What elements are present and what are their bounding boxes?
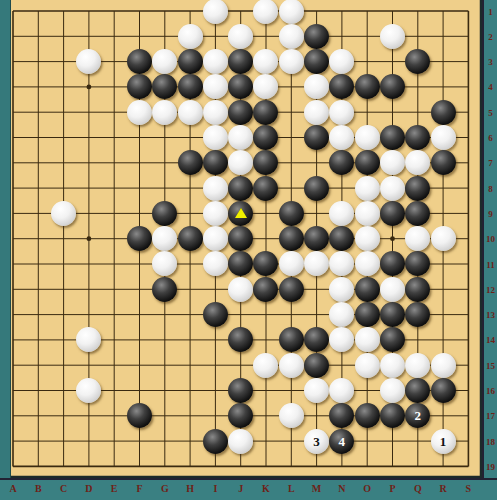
intersection[interactable] [405,150,430,175]
intersection[interactable] [430,327,455,352]
intersection[interactable] [76,302,101,327]
intersection[interactable] [228,49,253,74]
intersection[interactable] [76,125,101,150]
intersection[interactable] [253,201,278,226]
intersection[interactable] [253,454,278,479]
intersection[interactable] [304,226,329,251]
intersection[interactable] [152,454,177,479]
intersection[interactable] [26,150,51,175]
intersection[interactable] [279,378,304,403]
intersection[interactable] [253,100,278,125]
intersection[interactable] [304,251,329,276]
intersection[interactable] [102,74,127,99]
intersection[interactable] [253,327,278,352]
intersection[interactable] [304,0,329,24]
intersection[interactable] [102,454,127,479]
intersection[interactable] [279,150,304,175]
intersection[interactable] [456,302,481,327]
intersection[interactable] [456,24,481,49]
intersection[interactable] [177,0,202,24]
intersection[interactable] [279,428,304,453]
intersection[interactable] [304,327,329,352]
intersection[interactable] [304,403,329,428]
intersection[interactable] [405,226,430,251]
intersection[interactable] [253,378,278,403]
intersection[interactable] [304,277,329,302]
intersection[interactable] [26,201,51,226]
intersection[interactable] [26,125,51,150]
intersection[interactable] [456,353,481,378]
intersection[interactable] [329,403,354,428]
intersection[interactable] [430,353,455,378]
intersection[interactable] [228,226,253,251]
intersection[interactable]: 1 [430,428,455,453]
intersection[interactable] [279,403,304,428]
intersection[interactable] [228,302,253,327]
intersection[interactable] [177,378,202,403]
intersection[interactable] [177,100,202,125]
intersection[interactable] [430,100,455,125]
intersection[interactable] [26,49,51,74]
intersection[interactable] [76,378,101,403]
intersection[interactable] [228,454,253,479]
intersection[interactable] [405,175,430,200]
intersection[interactable] [380,403,405,428]
intersection[interactable] [253,302,278,327]
intersection[interactable] [405,24,430,49]
intersection[interactable] [177,277,202,302]
intersection[interactable] [152,226,177,251]
intersection[interactable] [329,277,354,302]
intersection[interactable] [279,0,304,24]
intersection[interactable] [355,454,380,479]
intersection[interactable] [380,277,405,302]
intersection[interactable] [304,74,329,99]
intersection[interactable] [456,49,481,74]
intersection[interactable] [127,353,152,378]
intersection[interactable] [329,125,354,150]
intersection[interactable]: 3 [304,428,329,453]
intersection[interactable] [329,226,354,251]
intersection[interactable] [102,150,127,175]
intersection[interactable] [152,0,177,24]
intersection[interactable] [51,201,76,226]
intersection[interactable] [304,150,329,175]
intersection[interactable] [279,302,304,327]
intersection[interactable] [127,277,152,302]
intersection[interactable] [26,74,51,99]
intersection[interactable] [329,201,354,226]
intersection[interactable] [456,150,481,175]
intersection[interactable] [430,125,455,150]
intersection[interactable] [355,175,380,200]
intersection[interactable] [102,277,127,302]
intersection[interactable] [329,378,354,403]
intersection[interactable] [51,353,76,378]
intersection[interactable] [228,100,253,125]
intersection[interactable] [51,175,76,200]
intersection[interactable] [127,454,152,479]
intersection[interactable] [430,49,455,74]
intersection[interactable] [279,277,304,302]
intersection[interactable] [127,125,152,150]
intersection[interactable] [203,49,228,74]
intersection[interactable] [177,24,202,49]
intersection[interactable] [279,125,304,150]
intersection[interactable] [253,24,278,49]
intersection[interactable] [253,353,278,378]
intersection[interactable] [51,74,76,99]
intersection[interactable] [456,125,481,150]
intersection[interactable] [203,201,228,226]
intersection[interactable] [456,428,481,453]
intersection[interactable] [127,302,152,327]
intersection[interactable] [304,454,329,479]
intersection[interactable] [203,302,228,327]
intersection[interactable] [405,74,430,99]
intersection[interactable] [26,175,51,200]
intersection[interactable] [456,378,481,403]
intersection[interactable] [177,125,202,150]
intersection[interactable] [152,150,177,175]
intersection[interactable] [76,226,101,251]
intersection[interactable] [177,403,202,428]
intersection[interactable] [279,100,304,125]
intersection[interactable] [26,378,51,403]
intersection[interactable] [203,24,228,49]
intersection[interactable] [51,327,76,352]
intersection[interactable] [51,0,76,24]
intersection[interactable] [228,0,253,24]
intersection[interactable] [177,49,202,74]
intersection[interactable] [26,251,51,276]
intersection[interactable] [102,24,127,49]
intersection[interactable] [76,277,101,302]
intersection[interactable] [430,226,455,251]
intersection[interactable] [26,403,51,428]
intersection[interactable] [203,403,228,428]
intersection[interactable] [304,100,329,125]
intersection[interactable] [26,226,51,251]
intersection[interactable] [152,302,177,327]
intersection[interactable] [279,454,304,479]
intersection[interactable] [380,226,405,251]
intersection[interactable] [51,277,76,302]
intersection[interactable] [329,24,354,49]
intersection[interactable] [430,378,455,403]
intersection[interactable] [203,428,228,453]
intersection[interactable] [177,251,202,276]
intersection[interactable] [253,403,278,428]
intersection[interactable] [253,150,278,175]
intersection[interactable] [152,100,177,125]
intersection[interactable] [405,49,430,74]
intersection[interactable] [51,49,76,74]
intersection[interactable] [76,24,101,49]
intersection[interactable] [51,100,76,125]
intersection[interactable] [26,24,51,49]
intersection[interactable] [279,24,304,49]
intersection[interactable] [405,100,430,125]
intersection[interactable] [228,327,253,352]
intersection[interactable] [51,24,76,49]
intersection[interactable] [228,378,253,403]
intersection[interactable] [102,327,127,352]
intersection[interactable] [253,125,278,150]
intersection[interactable]: 2 [405,403,430,428]
intersection[interactable] [203,454,228,479]
intersection[interactable] [355,125,380,150]
intersection[interactable] [102,302,127,327]
intersection[interactable] [127,175,152,200]
intersection[interactable] [203,327,228,352]
intersection[interactable] [380,0,405,24]
intersection[interactable] [102,403,127,428]
intersection[interactable] [102,125,127,150]
intersection[interactable] [456,327,481,352]
intersection[interactable] [152,24,177,49]
intersection[interactable] [405,454,430,479]
intersection[interactable] [127,0,152,24]
intersection[interactable] [405,353,430,378]
intersection[interactable] [127,251,152,276]
intersection[interactable] [152,74,177,99]
intersection[interactable] [380,201,405,226]
intersection[interactable] [26,0,51,24]
intersection[interactable] [253,74,278,99]
intersection[interactable] [152,403,177,428]
intersection[interactable] [380,353,405,378]
intersection[interactable] [51,403,76,428]
intersection[interactable] [152,428,177,453]
intersection[interactable] [102,175,127,200]
intersection[interactable] [430,150,455,175]
intersection[interactable] [456,0,481,24]
intersection[interactable] [177,353,202,378]
intersection[interactable] [228,251,253,276]
intersection[interactable] [203,277,228,302]
intersection[interactable] [203,74,228,99]
intersection[interactable] [405,327,430,352]
intersection[interactable] [405,201,430,226]
intersection[interactable] [253,251,278,276]
intersection[interactable] [102,353,127,378]
intersection[interactable] [329,100,354,125]
intersection[interactable] [127,24,152,49]
intersection[interactable] [102,0,127,24]
intersection[interactable] [405,378,430,403]
intersection[interactable] [203,125,228,150]
intersection[interactable] [253,0,278,24]
intersection[interactable] [456,277,481,302]
intersection[interactable] [304,125,329,150]
intersection[interactable] [51,454,76,479]
intersection[interactable] [456,454,481,479]
intersection[interactable] [26,327,51,352]
intersection[interactable] [177,74,202,99]
intersection[interactable] [430,251,455,276]
intersection[interactable] [355,327,380,352]
intersection[interactable] [228,353,253,378]
intersection[interactable] [380,302,405,327]
intersection[interactable] [177,302,202,327]
intersection[interactable] [203,175,228,200]
intersection[interactable] [329,0,354,24]
intersection[interactable] [76,49,101,74]
intersection[interactable] [380,74,405,99]
intersection[interactable] [51,428,76,453]
intersection[interactable] [228,150,253,175]
intersection[interactable] [228,201,253,226]
intersection[interactable] [405,277,430,302]
intersection[interactable] [177,454,202,479]
intersection[interactable] [329,251,354,276]
intersection[interactable] [253,49,278,74]
intersection[interactable] [279,353,304,378]
intersection[interactable] [76,327,101,352]
intersection[interactable] [51,251,76,276]
intersection[interactable] [102,226,127,251]
intersection[interactable] [355,74,380,99]
intersection[interactable] [203,0,228,24]
intersection[interactable] [355,251,380,276]
intersection[interactable] [355,277,380,302]
intersection[interactable] [203,226,228,251]
intersection[interactable] [405,302,430,327]
intersection[interactable] [127,327,152,352]
intersection[interactable] [127,74,152,99]
intersection[interactable] [329,454,354,479]
intersection[interactable] [355,201,380,226]
intersection[interactable] [76,74,101,99]
intersection[interactable] [51,302,76,327]
intersection[interactable] [76,428,101,453]
intersection[interactable] [152,125,177,150]
intersection[interactable] [380,24,405,49]
intersection[interactable] [152,378,177,403]
intersection[interactable] [203,353,228,378]
intersection[interactable] [355,403,380,428]
intersection[interactable] [304,353,329,378]
intersection[interactable] [329,353,354,378]
intersection[interactable] [203,100,228,125]
intersection[interactable] [127,403,152,428]
intersection[interactable] [456,403,481,428]
intersection[interactable] [430,302,455,327]
intersection[interactable] [430,175,455,200]
intersection[interactable] [355,49,380,74]
intersection[interactable] [127,100,152,125]
intersection[interactable] [127,226,152,251]
intersection[interactable] [228,125,253,150]
intersection[interactable] [380,49,405,74]
intersection[interactable] [177,327,202,352]
intersection[interactable] [228,428,253,453]
intersection[interactable] [51,150,76,175]
intersection[interactable] [355,226,380,251]
intersection[interactable] [76,100,101,125]
intersection[interactable] [76,251,101,276]
intersection[interactable] [177,175,202,200]
intersection[interactable] [76,0,101,24]
intersection[interactable] [26,454,51,479]
intersection[interactable] [430,0,455,24]
intersection[interactable] [127,428,152,453]
intersection[interactable] [127,378,152,403]
intersection[interactable] [405,0,430,24]
intersection[interactable] [152,353,177,378]
intersection[interactable] [177,201,202,226]
intersection[interactable] [380,175,405,200]
intersection[interactable] [304,201,329,226]
intersection[interactable] [228,175,253,200]
intersection[interactable] [228,403,253,428]
intersection[interactable] [26,353,51,378]
intersection[interactable] [380,125,405,150]
intersection[interactable] [152,175,177,200]
intersection[interactable] [203,251,228,276]
intersection[interactable] [51,378,76,403]
intersection[interactable] [253,175,278,200]
intersection[interactable] [76,353,101,378]
intersection[interactable]: 4 [329,428,354,453]
intersection[interactable] [355,24,380,49]
intersection[interactable] [102,378,127,403]
intersection[interactable] [405,125,430,150]
intersection[interactable] [329,150,354,175]
intersection[interactable] [304,175,329,200]
intersection[interactable] [203,378,228,403]
intersection[interactable] [304,302,329,327]
intersection[interactable] [127,49,152,74]
intersection[interactable] [430,24,455,49]
intersection[interactable] [380,150,405,175]
intersection[interactable] [304,24,329,49]
intersection[interactable] [102,100,127,125]
intersection[interactable] [279,74,304,99]
intersection[interactable] [76,150,101,175]
intersection[interactable] [355,150,380,175]
intersection[interactable] [430,201,455,226]
intersection[interactable] [102,49,127,74]
intersection[interactable] [279,175,304,200]
intersection[interactable] [26,100,51,125]
intersection[interactable] [177,226,202,251]
intersection[interactable] [430,277,455,302]
intersection[interactable] [355,100,380,125]
intersection[interactable] [355,428,380,453]
intersection[interactable] [279,201,304,226]
intersection[interactable] [76,454,101,479]
intersection[interactable] [102,251,127,276]
intersection[interactable] [26,277,51,302]
intersection[interactable] [152,277,177,302]
intersection[interactable] [380,378,405,403]
intersection[interactable] [51,226,76,251]
intersection[interactable] [380,428,405,453]
intersection[interactable] [304,378,329,403]
intersection[interactable] [329,49,354,74]
intersection[interactable] [152,201,177,226]
intersection[interactable] [26,428,51,453]
intersection[interactable] [456,100,481,125]
intersection[interactable] [329,302,354,327]
intersection[interactable] [51,125,76,150]
intersection[interactable] [456,226,481,251]
intersection[interactable] [380,251,405,276]
intersection[interactable] [355,378,380,403]
intersection[interactable] [228,74,253,99]
